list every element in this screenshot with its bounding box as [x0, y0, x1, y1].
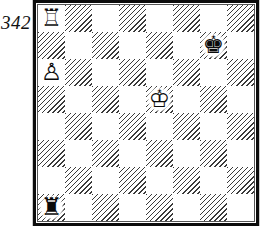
- square-g7: ♚: [200, 32, 227, 59]
- square-h1: [227, 194, 254, 221]
- square-f1: [173, 194, 200, 221]
- square-c1: [92, 194, 119, 221]
- square-a2: [38, 167, 65, 194]
- square-e5: ♔: [146, 86, 173, 113]
- square-d6: [119, 59, 146, 86]
- square-a5: [38, 86, 65, 113]
- square-d2: [119, 167, 146, 194]
- square-e6: [146, 59, 173, 86]
- square-a6: ♙: [38, 59, 65, 86]
- square-c7: [92, 32, 119, 59]
- piece-black-rook: ♜: [38, 194, 65, 221]
- square-h7: [227, 32, 254, 59]
- square-b1: [65, 194, 92, 221]
- square-h6: [227, 59, 254, 86]
- square-g5: [200, 86, 227, 113]
- square-f3: [173, 140, 200, 167]
- square-g6: [200, 59, 227, 86]
- square-f8: [173, 5, 200, 32]
- piece-white-pawn: ♙: [38, 59, 65, 86]
- square-e2: [146, 167, 173, 194]
- square-c3: [92, 140, 119, 167]
- square-d8: [119, 5, 146, 32]
- square-c8: [92, 5, 119, 32]
- square-b5: [65, 86, 92, 113]
- piece-black-king: ♚: [200, 32, 227, 59]
- square-f4: [173, 113, 200, 140]
- square-h4: [227, 113, 254, 140]
- square-d1: [119, 194, 146, 221]
- square-b2: [65, 167, 92, 194]
- square-c2: [92, 167, 119, 194]
- square-e7: [146, 32, 173, 59]
- square-b6: [65, 59, 92, 86]
- square-f6: [173, 59, 200, 86]
- square-e8: [146, 5, 173, 32]
- square-a7: [38, 32, 65, 59]
- square-b3: [65, 140, 92, 167]
- square-d3: [119, 140, 146, 167]
- square-c6: [92, 59, 119, 86]
- square-d4: [119, 113, 146, 140]
- square-f5: [173, 86, 200, 113]
- chess-board-grid: ♖♚♙♔♜: [37, 4, 255, 222]
- square-g8: [200, 5, 227, 32]
- square-f7: [173, 32, 200, 59]
- square-f2: [173, 167, 200, 194]
- chess-board: ♖♚♙♔♜: [33, 0, 259, 226]
- square-e1: [146, 194, 173, 221]
- square-e4: [146, 113, 173, 140]
- square-c4: [92, 113, 119, 140]
- square-h2: [227, 167, 254, 194]
- square-a8: ♖: [38, 5, 65, 32]
- piece-white-king: ♔: [146, 86, 173, 113]
- diagram-page: 342 ♖♚♙♔♜: [0, 0, 264, 226]
- square-h8: [227, 5, 254, 32]
- square-b7: [65, 32, 92, 59]
- figure-label: 342: [1, 12, 31, 34]
- square-d5: [119, 86, 146, 113]
- square-a4: [38, 113, 65, 140]
- square-g4: [200, 113, 227, 140]
- square-e3: [146, 140, 173, 167]
- square-g2: [200, 167, 227, 194]
- square-g3: [200, 140, 227, 167]
- square-c5: [92, 86, 119, 113]
- square-h5: [227, 86, 254, 113]
- square-a1: ♜: [38, 194, 65, 221]
- piece-white-rook: ♖: [38, 5, 65, 32]
- square-h3: [227, 140, 254, 167]
- square-d7: [119, 32, 146, 59]
- square-b4: [65, 113, 92, 140]
- square-a3: [38, 140, 65, 167]
- square-b8: [65, 5, 92, 32]
- square-g1: [200, 194, 227, 221]
